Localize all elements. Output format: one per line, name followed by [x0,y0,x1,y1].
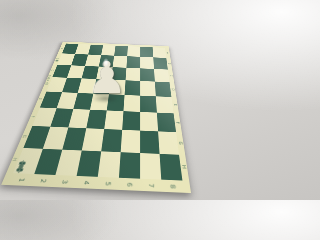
coordinate-label: 6 [125,182,133,187]
crown-emblem-icon: ♚ ♚ [10,161,32,172]
coordinate-label: E [173,104,178,106]
square-r4c7[interactable] [140,81,156,96]
coordinate-label: 8 [168,184,176,189]
coordinate-label: F [175,122,180,124]
square-r2c7[interactable] [140,57,154,69]
square-r6c6[interactable] [122,111,140,131]
coordinate-label: 1 [17,178,26,182]
coordinate-label: A [166,52,170,53]
square-r3c7[interactable] [140,68,155,81]
square-r6c5[interactable] [104,110,123,130]
coordinate-label: B [168,63,172,65]
square-r8c7[interactable] [140,153,161,180]
crown-icon: ♚ [10,166,30,172]
coordinate-label: G [22,135,28,138]
square-r6c7[interactable] [140,112,158,132]
coordinate-label: 7 [147,183,155,188]
square-r5c7[interactable] [140,95,157,112]
coordinate-label: A [60,48,64,49]
coordinate-label: D [171,88,175,90]
coordinate-label: H [181,165,187,169]
square-r1c7[interactable] [140,47,153,58]
coordinate-label: G [178,141,184,144]
square-r7c7[interactable] [140,131,159,154]
coordinate-label: 5 [104,181,112,186]
coordinate-label: E [38,98,43,100]
square-r8c5[interactable] [98,151,121,178]
coordinate-label: 3 [60,180,69,184]
coordinate-label: C [169,75,173,77]
highlight-glint [103,58,109,67]
square-r8c6[interactable] [119,152,140,179]
square-r7c5[interactable] [101,129,122,152]
coordinate-label: 2 [38,179,47,183]
coordinate-label: 4 [82,181,91,185]
square-r7c6[interactable] [121,130,140,153]
coordinate-label: F [30,115,36,117]
